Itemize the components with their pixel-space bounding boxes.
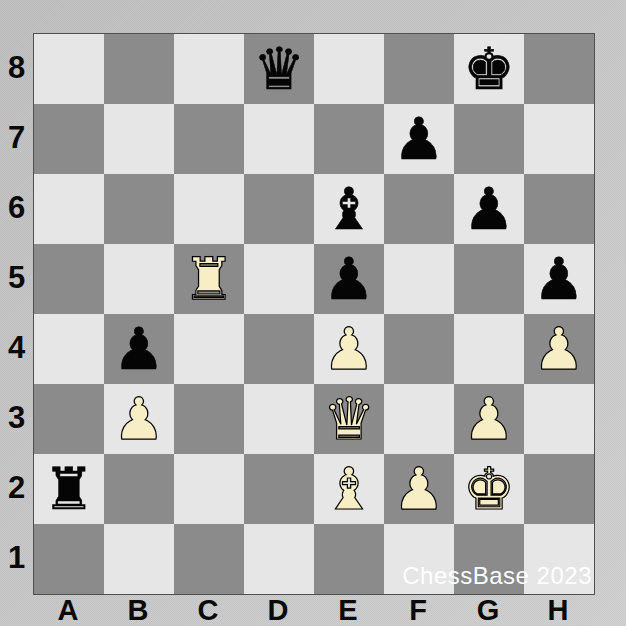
- black-queen-d8[interactable]: ♛: [253, 34, 305, 104]
- rank-label-8: 8: [0, 33, 33, 103]
- square-h1[interactable]: [524, 524, 594, 594]
- square-d8[interactable]: ♛: [244, 34, 314, 104]
- square-e4[interactable]: ♟: [314, 314, 384, 384]
- square-b1[interactable]: [104, 524, 174, 594]
- square-g6[interactable]: ♟: [454, 174, 524, 244]
- square-e2[interactable]: ♝: [314, 454, 384, 524]
- square-f2[interactable]: ♟: [384, 454, 454, 524]
- file-label-h: H: [523, 594, 593, 626]
- rank-label-3: 3: [0, 383, 33, 453]
- white-queen-e3[interactable]: ♛: [323, 384, 375, 454]
- square-b4[interactable]: ♟: [104, 314, 174, 384]
- square-d1[interactable]: [244, 524, 314, 594]
- square-e7[interactable]: [314, 104, 384, 174]
- square-e5[interactable]: ♟: [314, 244, 384, 314]
- square-a4[interactable]: [34, 314, 104, 384]
- rank-labels: 87654321: [0, 33, 33, 593]
- black-bishop-e6[interactable]: ♝: [323, 174, 375, 244]
- square-g4[interactable]: [454, 314, 524, 384]
- square-c5[interactable]: ♜: [174, 244, 244, 314]
- rank-label-5: 5: [0, 243, 33, 313]
- file-label-b: B: [103, 594, 173, 626]
- white-king-g2[interactable]: ♚: [463, 454, 515, 524]
- square-c4[interactable]: [174, 314, 244, 384]
- square-a3[interactable]: [34, 384, 104, 454]
- square-f4[interactable]: [384, 314, 454, 384]
- square-h3[interactable]: [524, 384, 594, 454]
- square-a6[interactable]: [34, 174, 104, 244]
- square-h8[interactable]: [524, 34, 594, 104]
- square-d4[interactable]: [244, 314, 314, 384]
- rank-label-1: 1: [0, 523, 33, 593]
- square-b5[interactable]: [104, 244, 174, 314]
- square-g2[interactable]: ♚: [454, 454, 524, 524]
- square-g5[interactable]: [454, 244, 524, 314]
- white-bishop-e2[interactable]: ♝: [323, 454, 375, 524]
- rank-label-7: 7: [0, 103, 33, 173]
- square-g7[interactable]: [454, 104, 524, 174]
- square-c7[interactable]: [174, 104, 244, 174]
- file-label-a: A: [33, 594, 103, 626]
- black-pawn-h5[interactable]: ♟: [533, 244, 585, 314]
- white-pawn-b3[interactable]: ♟: [113, 384, 165, 454]
- file-label-c: C: [173, 594, 243, 626]
- square-b2[interactable]: [104, 454, 174, 524]
- square-b6[interactable]: [104, 174, 174, 244]
- square-d5[interactable]: [244, 244, 314, 314]
- square-d2[interactable]: [244, 454, 314, 524]
- square-d6[interactable]: [244, 174, 314, 244]
- white-pawn-h4[interactable]: ♟: [533, 314, 585, 384]
- square-f1[interactable]: [384, 524, 454, 594]
- file-label-e: E: [313, 594, 383, 626]
- white-pawn-g3[interactable]: ♟: [463, 384, 515, 454]
- black-pawn-e5[interactable]: ♟: [323, 244, 375, 314]
- square-e1[interactable]: [314, 524, 384, 594]
- square-b8[interactable]: [104, 34, 174, 104]
- square-f5[interactable]: [384, 244, 454, 314]
- black-pawn-f7[interactable]: ♟: [393, 104, 445, 174]
- white-pawn-e4[interactable]: ♟: [323, 314, 375, 384]
- square-a8[interactable]: [34, 34, 104, 104]
- file-labels: ABCDEFGH: [33, 594, 593, 626]
- square-c3[interactable]: [174, 384, 244, 454]
- square-c8[interactable]: [174, 34, 244, 104]
- square-g3[interactable]: ♟: [454, 384, 524, 454]
- black-rook-a2[interactable]: ♜: [43, 454, 95, 524]
- file-label-g: G: [453, 594, 523, 626]
- square-h6[interactable]: [524, 174, 594, 244]
- square-b3[interactable]: ♟: [104, 384, 174, 454]
- square-g8[interactable]: ♚: [454, 34, 524, 104]
- square-h2[interactable]: [524, 454, 594, 524]
- square-a5[interactable]: [34, 244, 104, 314]
- square-d3[interactable]: [244, 384, 314, 454]
- square-a1[interactable]: [34, 524, 104, 594]
- square-e6[interactable]: ♝: [314, 174, 384, 244]
- square-f8[interactable]: [384, 34, 454, 104]
- square-g1[interactable]: [454, 524, 524, 594]
- chess-board: ♛♚♟♝♟♜♟♟♟♟♟♟♛♟♜♝♟♚: [33, 33, 595, 595]
- square-c1[interactable]: [174, 524, 244, 594]
- square-f3[interactable]: [384, 384, 454, 454]
- square-c6[interactable]: [174, 174, 244, 244]
- file-label-d: D: [243, 594, 313, 626]
- square-d7[interactable]: [244, 104, 314, 174]
- black-king-g8[interactable]: ♚: [463, 34, 515, 104]
- square-h5[interactable]: ♟: [524, 244, 594, 314]
- square-a7[interactable]: [34, 104, 104, 174]
- square-e8[interactable]: [314, 34, 384, 104]
- white-pawn-f2[interactable]: ♟: [393, 454, 445, 524]
- black-pawn-g6[interactable]: ♟: [463, 174, 515, 244]
- black-pawn-b4[interactable]: ♟: [113, 314, 165, 384]
- square-e3[interactable]: ♛: [314, 384, 384, 454]
- square-a2[interactable]: ♜: [34, 454, 104, 524]
- square-h7[interactable]: [524, 104, 594, 174]
- square-f6[interactable]: [384, 174, 454, 244]
- rank-label-4: 4: [0, 313, 33, 383]
- white-rook-c5[interactable]: ♜: [183, 244, 235, 314]
- rank-label-2: 2: [0, 453, 33, 523]
- file-label-f: F: [383, 594, 453, 626]
- square-h4[interactable]: ♟: [524, 314, 594, 384]
- square-f7[interactable]: ♟: [384, 104, 454, 174]
- square-c2[interactable]: [174, 454, 244, 524]
- rank-label-6: 6: [0, 173, 33, 243]
- square-b7[interactable]: [104, 104, 174, 174]
